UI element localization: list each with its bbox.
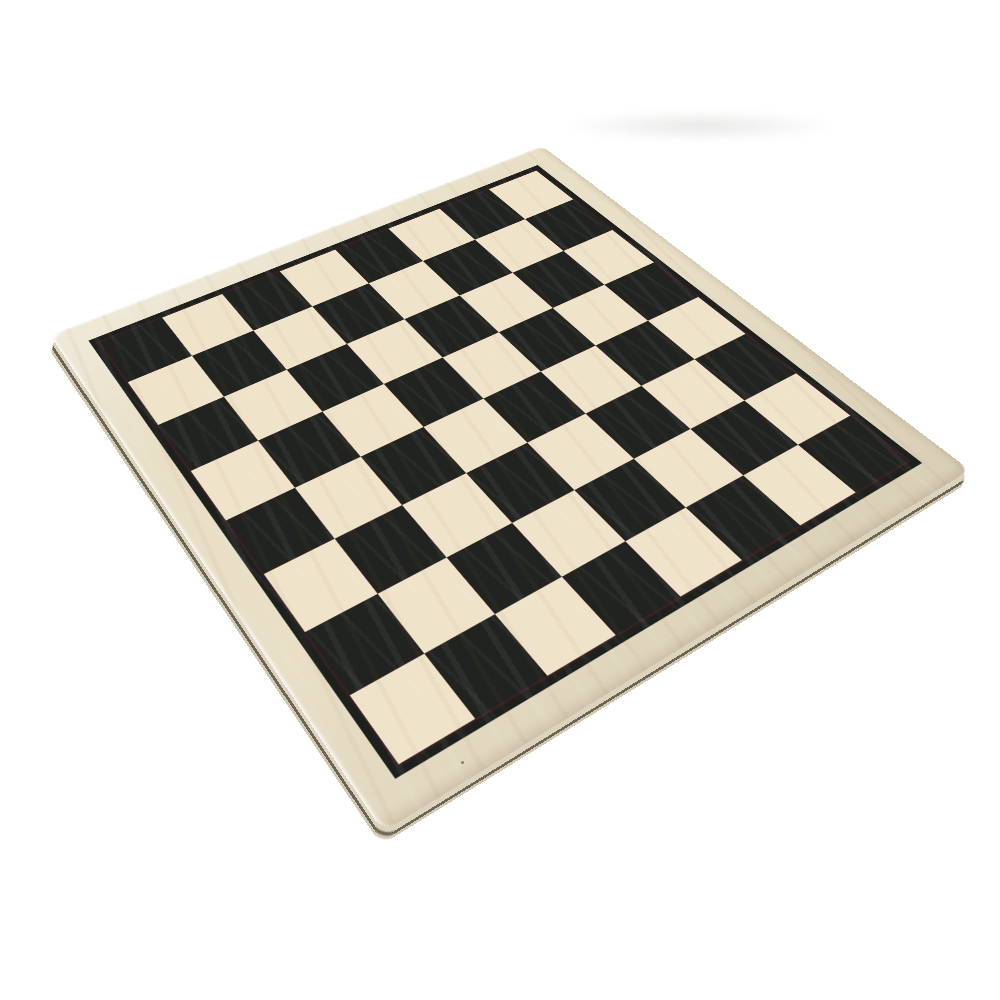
photo-background bbox=[0, 0, 1000, 1000]
background-shadow bbox=[565, 110, 835, 142]
board-grid bbox=[99, 171, 908, 765]
checkerboard bbox=[50, 146, 970, 832]
board-frame bbox=[88, 165, 922, 779]
dust-speck bbox=[461, 761, 464, 764]
